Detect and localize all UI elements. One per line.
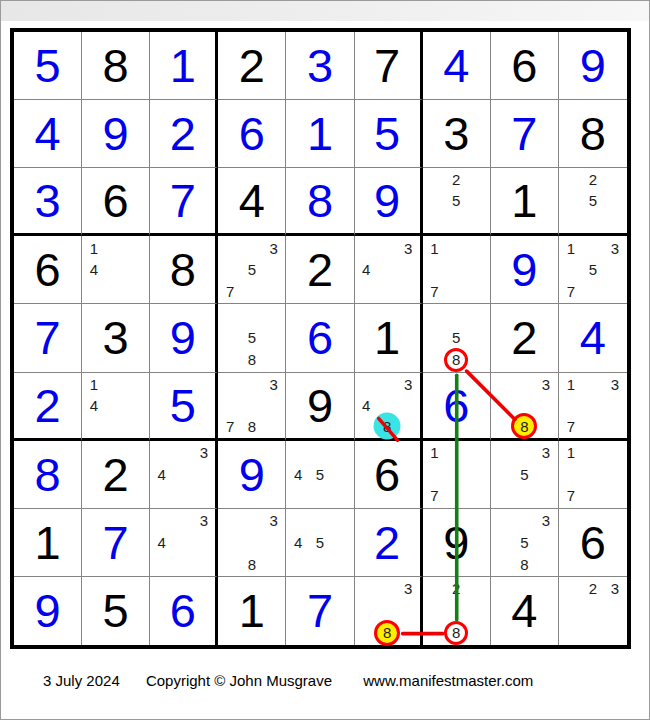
cell-r4c5[interactable]: 2	[286, 236, 354, 304]
digit: 4	[511, 587, 537, 634]
cell-r2c5[interactable]: 1	[286, 100, 354, 168]
cell-r3c3[interactable]: 7	[150, 168, 218, 236]
cell-r8c6[interactable]: 2	[355, 509, 423, 577]
pencil-marks: 14	[83, 237, 148, 302]
cell-r7c3[interactable]: 34	[150, 441, 218, 509]
candidate-3: 3	[604, 578, 626, 600]
digit: 7	[307, 587, 333, 634]
cell-r8c1[interactable]: 1	[14, 509, 82, 577]
cell-r8c7[interactable]: 9	[423, 509, 491, 577]
cell-r7c7[interactable]: 17	[423, 441, 491, 509]
cell-r1c3[interactable]: 1	[150, 32, 218, 100]
cell-r3c9[interactable]: 25	[559, 168, 627, 236]
candidate-3: 3	[398, 374, 419, 395]
cell-r1c1[interactable]: 5	[14, 32, 82, 100]
digit: 6	[239, 110, 265, 157]
pencil-marks: 38	[356, 578, 419, 644]
digit: 2	[103, 451, 129, 498]
digit: 2	[34, 382, 60, 429]
cell-r6c3[interactable]: 5	[150, 373, 218, 441]
cell-r2c4[interactable]: 6	[218, 100, 286, 168]
cell-r2c8[interactable]: 7	[491, 100, 559, 168]
cell-r2c1[interactable]: 4	[14, 100, 82, 168]
candidate-1: 1	[83, 374, 105, 395]
pencil-marks: 17	[560, 442, 626, 507]
digit: 7	[511, 110, 537, 157]
cell-r5c4[interactable]: 58	[218, 304, 286, 372]
digit: 4	[34, 110, 60, 157]
pencil-marks: 137	[560, 374, 626, 437]
pencil-marks: 348	[356, 374, 419, 437]
pencil-marks: 25	[560, 169, 626, 232]
candidate-3: 3	[263, 374, 285, 395]
pencil-marks: 28	[424, 578, 489, 644]
digit: 4	[580, 314, 606, 361]
candidate-3: 3	[398, 237, 419, 259]
page: 5812374694926153783674892512561483572341…	[0, 0, 650, 720]
candidate-4: 4	[151, 463, 172, 485]
candidate-4: 4	[83, 259, 105, 281]
cell-r5c1[interactable]: 7	[14, 304, 82, 372]
candidate-5: 5	[309, 531, 331, 553]
footer-url: www.manifestmaster.com	[363, 672, 533, 689]
candidate-3: 3	[263, 237, 285, 259]
digit: 5	[103, 587, 129, 634]
candidate-5: 5	[445, 327, 467, 349]
candidate-5: 5	[582, 190, 604, 211]
candidate-4: 4	[83, 395, 105, 416]
digit: 1	[374, 314, 400, 361]
candidate-5: 5	[241, 327, 263, 349]
digit: 6	[307, 314, 333, 361]
digit: 6	[374, 451, 400, 498]
cell-r2c9[interactable]: 8	[559, 100, 627, 168]
digit: 9	[103, 110, 129, 157]
cell-r4c1[interactable]: 6	[14, 236, 82, 304]
pencil-marks: 45	[287, 442, 352, 507]
cell-r7c6[interactable]: 6	[355, 441, 423, 509]
digit: 8	[307, 177, 333, 224]
cell-r6c6[interactable]: 348	[355, 373, 423, 441]
cell-r3c1[interactable]: 3	[14, 168, 82, 236]
cell-r2c6[interactable]: 5	[355, 100, 423, 168]
candidate-8: 8	[241, 416, 263, 437]
cell-r7c5[interactable]: 45	[286, 441, 354, 509]
candidate-5: 5	[445, 190, 467, 211]
pencil-marks: 17	[424, 442, 489, 507]
candidate-2: 2	[445, 578, 467, 600]
digit: 7	[374, 42, 400, 89]
digit: 3	[443, 110, 469, 157]
cell-r1c5[interactable]: 3	[286, 32, 354, 100]
cell-r9c1[interactable]: 9	[14, 577, 82, 645]
digit: 8	[580, 110, 606, 157]
digit: 2	[511, 314, 537, 361]
digit: 1	[239, 587, 265, 634]
candidate-2: 2	[445, 169, 467, 190]
cell-r6c4[interactable]: 378	[218, 373, 286, 441]
cell-r6c1[interactable]: 2	[14, 373, 82, 441]
candidate-7: 7	[424, 281, 446, 303]
digit: 9	[511, 246, 537, 293]
pencil-marks: 14	[83, 374, 148, 437]
digit: 9	[34, 587, 60, 634]
cell-r5c8[interactable]: 2	[491, 304, 559, 372]
digit: 5	[374, 110, 400, 157]
digit: 6	[34, 246, 60, 293]
cell-r3c6[interactable]: 9	[355, 168, 423, 236]
cell-r9c4[interactable]: 1	[218, 577, 286, 645]
pencil-marks: 358	[492, 510, 557, 575]
candidate-8: 8	[513, 416, 535, 437]
pencil-marks: 45	[287, 510, 352, 575]
candidate-1: 1	[424, 442, 446, 464]
candidate-1: 1	[560, 374, 582, 395]
digit: 3	[103, 314, 129, 361]
candidate-1: 1	[560, 237, 582, 259]
candidate-4: 4	[151, 531, 172, 553]
cell-r9c6[interactable]: 38	[355, 577, 423, 645]
cell-r8c8[interactable]: 358	[491, 509, 559, 577]
digit: 9	[307, 382, 333, 429]
candidate-1: 1	[424, 237, 446, 259]
cell-r4c2[interactable]: 14	[82, 236, 150, 304]
candidate-3: 3	[604, 237, 626, 259]
candidate-4: 4	[356, 259, 377, 281]
candidate-5: 5	[309, 463, 331, 485]
cell-r7c8[interactable]: 35	[491, 441, 559, 509]
cell-r6c9[interactable]: 137	[559, 373, 627, 441]
candidate-2: 2	[582, 169, 604, 190]
candidate-8: 8	[241, 553, 263, 575]
digit: 6	[443, 382, 469, 429]
cell-r6c5[interactable]: 9	[286, 373, 354, 441]
candidate-5: 5	[513, 463, 535, 485]
pencil-marks: 1357	[560, 237, 626, 302]
cell-r1c9[interactable]: 9	[559, 32, 627, 100]
cell-r8c4[interactable]: 38	[218, 509, 286, 577]
digit: 2	[170, 110, 196, 157]
candidate-8: 8	[445, 349, 467, 371]
digit: 6	[170, 587, 196, 634]
pencil-marks: 38	[492, 374, 557, 437]
cell-r4c3[interactable]: 8	[150, 236, 218, 304]
digit: 7	[170, 177, 196, 224]
candidate-8: 8	[445, 622, 467, 644]
cell-r5c9[interactable]: 4	[559, 304, 627, 372]
candidate-7: 7	[219, 281, 241, 303]
digit: 6	[511, 42, 537, 89]
digit: 8	[34, 451, 60, 498]
pencil-marks: 35	[492, 442, 557, 507]
digit: 4	[239, 177, 265, 224]
digit: 9	[443, 519, 469, 566]
cell-r3c7[interactable]: 25	[423, 168, 491, 236]
candidate-7: 7	[560, 281, 582, 303]
pencil-marks: 34	[151, 442, 214, 507]
cell-r3c2[interactable]: 6	[82, 168, 150, 236]
cell-r9c2[interactable]: 5	[82, 577, 150, 645]
digit: 8	[170, 246, 196, 293]
cell-r1c4[interactable]: 2	[218, 32, 286, 100]
candidate-4: 4	[287, 531, 309, 553]
cell-r8c9[interactable]: 6	[559, 509, 627, 577]
candidate-8: 8	[513, 553, 535, 575]
digit: 9	[170, 314, 196, 361]
cell-r6c7[interactable]: 6	[423, 373, 491, 441]
candidate-3: 3	[535, 442, 557, 464]
footer-copyright: Copyright © John Musgrave	[146, 672, 332, 689]
cell-r1c6[interactable]: 7	[355, 32, 423, 100]
candidate-2: 2	[582, 578, 604, 600]
digit: 8	[103, 42, 129, 89]
digit: 7	[103, 519, 129, 566]
cell-r9c8[interactable]: 4	[491, 577, 559, 645]
candidate-5: 5	[241, 259, 263, 281]
cell-r2c3[interactable]: 2	[150, 100, 218, 168]
digit: 9	[374, 177, 400, 224]
cell-r4c4[interactable]: 357	[218, 236, 286, 304]
digit: 2	[374, 519, 400, 566]
candidate-3: 3	[263, 510, 285, 532]
digit: 3	[307, 42, 333, 89]
cell-r7c2[interactable]: 2	[82, 441, 150, 509]
cell-r6c2[interactable]: 14	[82, 373, 150, 441]
digit: 9	[580, 42, 606, 89]
cell-r7c9[interactable]: 17	[559, 441, 627, 509]
candidate-1: 1	[83, 237, 105, 259]
candidate-3: 3	[535, 510, 557, 532]
candidate-4: 4	[287, 463, 309, 485]
candidate-5: 5	[513, 531, 535, 553]
cell-r8c2[interactable]: 7	[82, 509, 150, 577]
cell-r5c2[interactable]: 3	[82, 304, 150, 372]
candidate-7: 7	[560, 416, 582, 437]
pencil-marks: 357	[219, 237, 284, 302]
candidate-7: 7	[424, 485, 446, 507]
cell-r5c3[interactable]: 9	[150, 304, 218, 372]
candidate-3: 3	[193, 442, 214, 464]
cell-r1c7[interactable]: 4	[423, 32, 491, 100]
digit: 6	[103, 177, 129, 224]
cell-r4c6[interactable]: 34	[355, 236, 423, 304]
digit: 5	[34, 42, 60, 89]
pencil-marks: 34	[151, 510, 214, 575]
cell-r3c8[interactable]: 1	[491, 168, 559, 236]
digit: 2	[307, 246, 333, 293]
cell-r5c6[interactable]: 1	[355, 304, 423, 372]
candidate-7: 7	[560, 485, 582, 507]
pencil-marks: 38	[219, 510, 284, 575]
pencil-marks: 17	[424, 237, 489, 302]
pencil-marks: 58	[219, 305, 284, 370]
digit: 7	[34, 314, 60, 361]
digit: 1	[170, 42, 196, 89]
digit: 5	[170, 382, 196, 429]
cell-r1c2[interactable]: 8	[82, 32, 150, 100]
cell-r2c2[interactable]: 9	[82, 100, 150, 168]
cell-r9c9[interactable]: 23	[559, 577, 627, 645]
cell-r9c5[interactable]: 7	[286, 577, 354, 645]
candidate-8: 8	[377, 622, 398, 644]
digit: 9	[239, 451, 265, 498]
candidate-3: 3	[604, 374, 626, 395]
candidate-8: 8	[241, 349, 263, 371]
cell-r8c5[interactable]: 45	[286, 509, 354, 577]
cell-r5c5[interactable]: 6	[286, 304, 354, 372]
cell-r6c8[interactable]: 38	[491, 373, 559, 441]
candidate-1: 1	[560, 442, 582, 464]
pencil-marks: 23	[560, 578, 626, 644]
cell-r3c4[interactable]: 4	[218, 168, 286, 236]
pencil-marks: 25	[424, 169, 489, 232]
cell-r4c8[interactable]: 9	[491, 236, 559, 304]
candidate-7: 7	[219, 416, 241, 437]
pencil-marks: 34	[356, 237, 419, 302]
sudoku-board: 5812374694926153783674892512561483572341…	[10, 28, 631, 649]
digit: 1	[34, 519, 60, 566]
cell-r2c7[interactable]: 3	[423, 100, 491, 168]
cell-r9c3[interactable]: 6	[150, 577, 218, 645]
cell-r9c7[interactable]: 28	[423, 577, 491, 645]
candidate-3: 3	[193, 510, 214, 532]
digit: 1	[511, 177, 537, 224]
digit: 6	[580, 519, 606, 566]
cell-r3c5[interactable]: 8	[286, 168, 354, 236]
cell-r5c7[interactable]: 58	[423, 304, 491, 372]
candidate-5: 5	[582, 259, 604, 281]
cell-r7c1[interactable]: 8	[14, 441, 82, 509]
pencil-marks: 58	[424, 305, 489, 370]
cell-r4c9[interactable]: 1357	[559, 236, 627, 304]
candidate-3: 3	[535, 374, 557, 395]
footer: 3 July 2024 Copyright © John Musgrave ww…	[43, 672, 533, 689]
digit: 4	[443, 42, 469, 89]
pencil-marks: 378	[219, 374, 284, 437]
footer-date: 3 July 2024	[43, 672, 120, 689]
candidate-8: 8	[377, 416, 398, 437]
cell-r7c4[interactable]: 9	[218, 441, 286, 509]
digit: 2	[239, 42, 265, 89]
window-top-bar	[1, 1, 649, 21]
digit: 3	[34, 177, 60, 224]
candidate-4: 4	[356, 395, 377, 416]
candidate-3: 3	[398, 578, 419, 600]
digit: 1	[307, 110, 333, 157]
cell-r1c8[interactable]: 6	[491, 32, 559, 100]
cell-r8c3[interactable]: 34	[150, 509, 218, 577]
cell-r4c7[interactable]: 17	[423, 236, 491, 304]
